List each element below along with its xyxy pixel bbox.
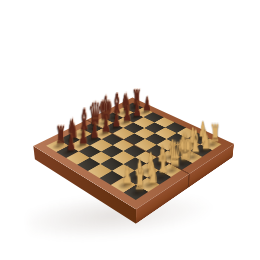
- chess-set-photo: ♜♞♝♛♚♝♞♜♟♟♟♟♟♟♟♟♟♟♟♟♟♟♟♟♜♞♝♛♚♝♞♜: [0, 0, 260, 260]
- piece-white-rook-a1: ♜: [125, 168, 155, 195]
- fold-seam-front-face: [188, 174, 190, 189]
- piece-black-pawn-a7: ♟: [57, 132, 84, 153]
- square-a1: ♜: [123, 185, 148, 200]
